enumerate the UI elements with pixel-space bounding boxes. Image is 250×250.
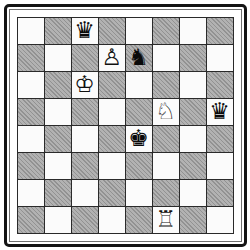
square-a6[interactable] xyxy=(18,72,44,98)
square-d6[interactable] xyxy=(99,72,125,98)
black-knight-e7[interactable]: ♞ xyxy=(126,45,152,71)
square-f1[interactable]: ♜♖ xyxy=(153,207,179,233)
board-inner-frame: ♛♟♙♞♚♔♞♘♛♚♜♖ xyxy=(9,9,242,242)
white-rook-f1[interactable]: ♜♖ xyxy=(153,207,179,233)
board-outer-frame: ♛♟♙♞♚♔♞♘♛♚♜♖ xyxy=(4,4,247,247)
square-h4[interactable] xyxy=(207,126,233,152)
square-e2[interactable] xyxy=(126,180,152,206)
square-e3[interactable] xyxy=(126,153,152,179)
square-h8[interactable] xyxy=(207,18,233,44)
square-d2[interactable] xyxy=(99,180,125,206)
square-e4[interactable]: ♚ xyxy=(126,126,152,152)
square-c7[interactable] xyxy=(72,45,98,71)
square-g5[interactable] xyxy=(180,99,206,125)
square-h2[interactable] xyxy=(207,180,233,206)
square-a2[interactable] xyxy=(18,180,44,206)
square-d1[interactable] xyxy=(99,207,125,233)
square-c3[interactable] xyxy=(72,153,98,179)
square-h5[interactable]: ♛ xyxy=(207,99,233,125)
piece-glyph: ♚ xyxy=(126,126,152,152)
square-g2[interactable] xyxy=(180,180,206,206)
square-c2[interactable] xyxy=(72,180,98,206)
square-g4[interactable] xyxy=(180,126,206,152)
black-queen-c8[interactable]: ♛ xyxy=(72,18,98,44)
square-e7[interactable]: ♞ xyxy=(126,45,152,71)
square-h1[interactable] xyxy=(207,207,233,233)
square-c8[interactable]: ♛ xyxy=(72,18,98,44)
square-f5[interactable]: ♞♘ xyxy=(153,99,179,125)
piece-glyph: ♙ xyxy=(99,45,125,71)
piece-glyph: ♛ xyxy=(72,18,98,44)
square-g1[interactable] xyxy=(180,207,206,233)
square-a8[interactable] xyxy=(18,18,44,44)
square-b1[interactable] xyxy=(45,207,71,233)
square-f3[interactable] xyxy=(153,153,179,179)
square-h7[interactable] xyxy=(207,45,233,71)
square-e5[interactable] xyxy=(126,99,152,125)
piece-glyph: ♘ xyxy=(153,99,179,125)
square-d4[interactable] xyxy=(99,126,125,152)
piece-glyph: ♔ xyxy=(72,72,98,98)
square-d3[interactable] xyxy=(99,153,125,179)
square-a5[interactable] xyxy=(18,99,44,125)
white-pawn-d7[interactable]: ♟♙ xyxy=(99,45,125,71)
piece-glyph: ♞ xyxy=(126,45,152,71)
square-e1[interactable] xyxy=(126,207,152,233)
diagram-page: ♛♟♙♞♚♔♞♘♛♚♜♖ xyxy=(0,0,250,250)
square-h3[interactable] xyxy=(207,153,233,179)
square-b6[interactable] xyxy=(45,72,71,98)
square-d7[interactable]: ♟♙ xyxy=(99,45,125,71)
black-king-e4[interactable]: ♚ xyxy=(126,126,152,152)
square-d5[interactable] xyxy=(99,99,125,125)
piece-glyph: ♛ xyxy=(207,99,233,125)
square-c4[interactable] xyxy=(72,126,98,152)
square-c5[interactable] xyxy=(72,99,98,125)
square-g6[interactable] xyxy=(180,72,206,98)
square-f6[interactable] xyxy=(153,72,179,98)
chess-board: ♛♟♙♞♚♔♞♘♛♚♜♖ xyxy=(17,17,234,234)
square-e6[interactable] xyxy=(126,72,152,98)
square-g8[interactable] xyxy=(180,18,206,44)
square-b3[interactable] xyxy=(45,153,71,179)
square-h6[interactable] xyxy=(207,72,233,98)
square-b4[interactable] xyxy=(45,126,71,152)
square-b5[interactable] xyxy=(45,99,71,125)
square-a3[interactable] xyxy=(18,153,44,179)
square-c1[interactable] xyxy=(72,207,98,233)
black-queen-h5[interactable]: ♛ xyxy=(207,99,233,125)
square-f7[interactable] xyxy=(153,45,179,71)
square-f2[interactable] xyxy=(153,180,179,206)
square-d8[interactable] xyxy=(99,18,125,44)
square-b8[interactable] xyxy=(45,18,71,44)
white-king-c6[interactable]: ♚♔ xyxy=(72,72,98,98)
square-g7[interactable] xyxy=(180,45,206,71)
square-a4[interactable] xyxy=(18,126,44,152)
square-f8[interactable] xyxy=(153,18,179,44)
piece-glyph: ♖ xyxy=(153,207,179,233)
square-f4[interactable] xyxy=(153,126,179,152)
white-knight-f5[interactable]: ♞♘ xyxy=(153,99,179,125)
square-a7[interactable] xyxy=(18,45,44,71)
square-b2[interactable] xyxy=(45,180,71,206)
square-b7[interactable] xyxy=(45,45,71,71)
square-g3[interactable] xyxy=(180,153,206,179)
square-c6[interactable]: ♚♔ xyxy=(72,72,98,98)
square-a1[interactable] xyxy=(18,207,44,233)
square-e8[interactable] xyxy=(126,18,152,44)
